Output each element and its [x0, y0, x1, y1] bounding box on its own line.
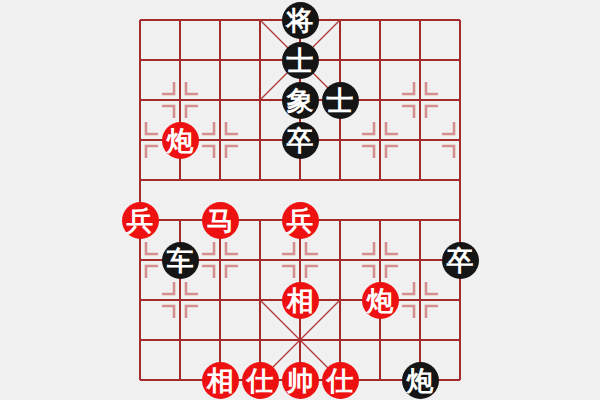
piece-black-chariot[interactable]: 车 [162, 242, 199, 279]
piece-red-advisor[interactable]: 仕 [242, 362, 279, 399]
piece-red-horse[interactable]: 马 [202, 202, 239, 239]
piece-black-advisor[interactable]: 士 [322, 82, 359, 119]
piece-red-general[interactable]: 帅 [282, 362, 319, 399]
piece-black-general[interactable]: 将 [282, 2, 319, 39]
piece-red-advisor[interactable]: 仕 [322, 362, 359, 399]
xiangqi-board: 将士象士炮卒兵马兵车卒相炮相仕帅仕炮 [0, 0, 600, 400]
piece-black-soldier[interactable]: 卒 [282, 122, 319, 159]
piece-red-cannon[interactable]: 炮 [162, 122, 199, 159]
piece-black-advisor[interactable]: 士 [282, 42, 319, 79]
piece-red-soldier[interactable]: 兵 [282, 202, 319, 239]
piece-red-elephant[interactable]: 相 [202, 362, 239, 399]
piece-black-elephant[interactable]: 象 [282, 82, 319, 119]
piece-black-cannon[interactable]: 炮 [402, 362, 439, 399]
piece-black-soldier[interactable]: 卒 [442, 242, 479, 279]
piece-red-elephant[interactable]: 相 [282, 282, 319, 319]
piece-red-cannon[interactable]: 炮 [362, 282, 399, 319]
pieces-layer: 将士象士炮卒兵马兵车卒相炮相仕帅仕炮 [0, 0, 600, 400]
piece-red-soldier[interactable]: 兵 [122, 202, 159, 239]
